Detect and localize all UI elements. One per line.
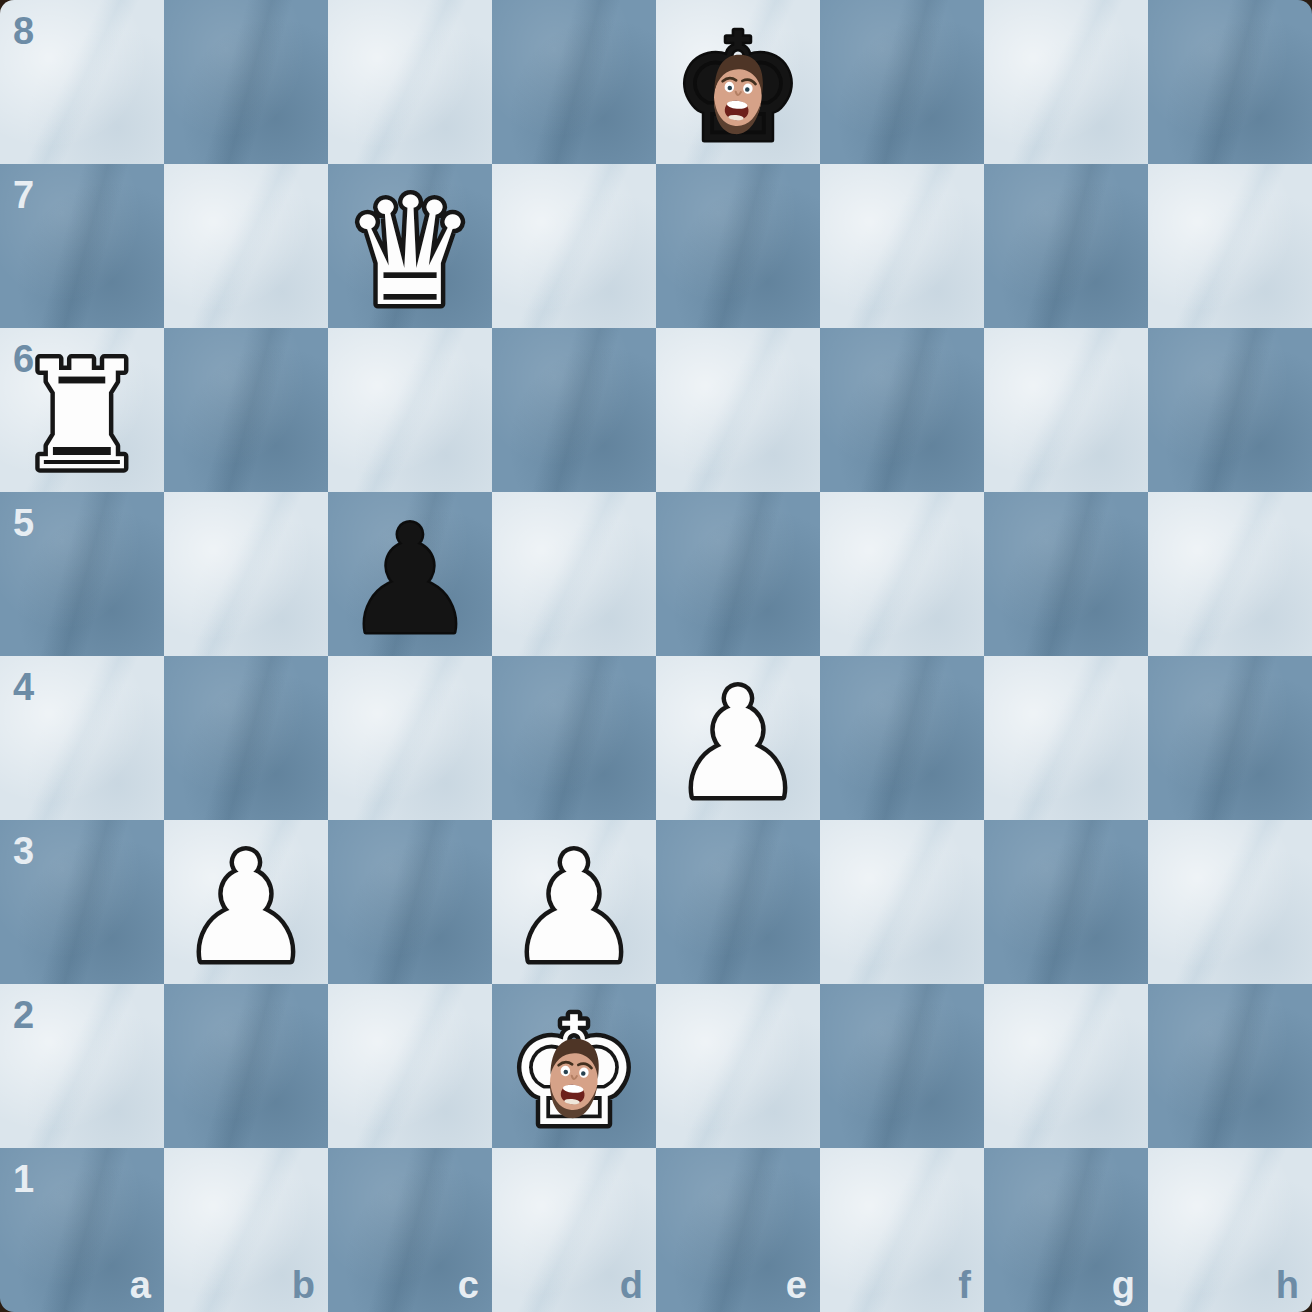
file-label-g: g [1112,1266,1135,1304]
square-e4[interactable]: ♟ [656,656,820,820]
piece-black-pawn[interactable]: ♟ [328,492,492,656]
square-f8[interactable] [820,0,984,164]
square-b8[interactable] [164,0,328,164]
square-a1[interactable]: 1a [0,1148,164,1312]
square-f5[interactable] [820,492,984,656]
piece-white-king[interactable]: ♚ [492,984,656,1148]
square-g3[interactable] [984,820,1148,984]
square-b1[interactable]: b [164,1148,328,1312]
square-e8[interactable]: ♚ [656,0,820,164]
square-c2[interactable] [328,984,492,1148]
svg-text:♜: ♜ [15,329,149,503]
square-a3[interactable]: 3 [0,820,164,984]
square-h4[interactable] [1148,656,1312,820]
piece-black-king[interactable]: ♚ [656,0,820,164]
square-c8[interactable] [328,0,492,164]
square-a8[interactable]: 8 [0,0,164,164]
square-c1[interactable]: c [328,1148,492,1312]
square-e2[interactable] [656,984,820,1148]
svg-text:♚: ♚ [507,985,641,1159]
square-h6[interactable] [1148,328,1312,492]
square-d4[interactable] [492,656,656,820]
square-b4[interactable] [164,656,328,820]
svg-text:♟: ♟ [507,821,641,995]
square-d1[interactable]: d [492,1148,656,1312]
square-h5[interactable] [1148,492,1312,656]
square-f4[interactable] [820,656,984,820]
rank-label-8: 8 [13,12,34,50]
square-f6[interactable] [820,328,984,492]
square-c7[interactable]: ♛ [328,164,492,328]
rank-label-3: 3 [13,832,34,870]
square-b5[interactable] [164,492,328,656]
square-e5[interactable] [656,492,820,656]
svg-text:♟: ♟ [179,821,313,995]
square-a2[interactable]: 2 [0,984,164,1148]
rank-label-1: 1 [13,1160,34,1198]
square-d2[interactable]: ♚ [492,984,656,1148]
svg-text:♟: ♟ [343,493,477,667]
piece-white-pawn[interactable]: ♟ [492,820,656,984]
square-h8[interactable] [1148,0,1312,164]
piece-white-pawn[interactable]: ♟ [656,656,820,820]
square-e7[interactable] [656,164,820,328]
square-b3[interactable]: ♟ [164,820,328,984]
rank-label-5: 5 [13,504,34,542]
piece-white-rook[interactable]: ♜ [0,328,164,492]
square-d7[interactable] [492,164,656,328]
square-g6[interactable] [984,328,1148,492]
square-d5[interactable] [492,492,656,656]
square-a7[interactable]: 7 [0,164,164,328]
file-label-f: f [958,1266,971,1304]
square-d6[interactable] [492,328,656,492]
svg-text:♚: ♚ [671,1,805,175]
square-g1[interactable]: g [984,1148,1148,1312]
square-b6[interactable] [164,328,328,492]
file-label-a: a [130,1266,151,1304]
square-c6[interactable] [328,328,492,492]
square-h3[interactable] [1148,820,1312,984]
square-c4[interactable] [328,656,492,820]
file-label-e: e [786,1266,807,1304]
chess-board: 8♚ 7♛6♜5♟4♟3♟♟2♚ [0,0,1312,1312]
svg-text:♛: ♛ [343,165,477,339]
square-h1[interactable]: h [1148,1148,1312,1312]
square-a5[interactable]: 5 [0,492,164,656]
square-a4[interactable]: 4 [0,656,164,820]
square-g5[interactable] [984,492,1148,656]
file-label-c: c [458,1266,479,1304]
square-b2[interactable] [164,984,328,1148]
square-e1[interactable]: e [656,1148,820,1312]
square-f2[interactable] [820,984,984,1148]
square-g2[interactable] [984,984,1148,1148]
square-d8[interactable] [492,0,656,164]
square-d3[interactable]: ♟ [492,820,656,984]
square-g8[interactable] [984,0,1148,164]
square-h2[interactable] [1148,984,1312,1148]
piece-white-queen[interactable]: ♛ [328,164,492,328]
file-label-b: b [292,1266,315,1304]
square-e3[interactable] [656,820,820,984]
square-a6[interactable]: 6♜ [0,328,164,492]
square-f3[interactable] [820,820,984,984]
square-g4[interactable] [984,656,1148,820]
square-c3[interactable] [328,820,492,984]
square-f7[interactable] [820,164,984,328]
svg-text:♟: ♟ [671,657,805,831]
rank-label-7: 7 [13,176,34,214]
square-c5[interactable]: ♟ [328,492,492,656]
rank-label-4: 4 [13,668,34,706]
square-e6[interactable] [656,328,820,492]
file-label-d: d [620,1266,643,1304]
square-b7[interactable] [164,164,328,328]
square-g7[interactable] [984,164,1148,328]
piece-white-pawn[interactable]: ♟ [164,820,328,984]
rank-label-2: 2 [13,996,34,1034]
file-label-h: h [1276,1266,1299,1304]
square-h7[interactable] [1148,164,1312,328]
square-f1[interactable]: f [820,1148,984,1312]
